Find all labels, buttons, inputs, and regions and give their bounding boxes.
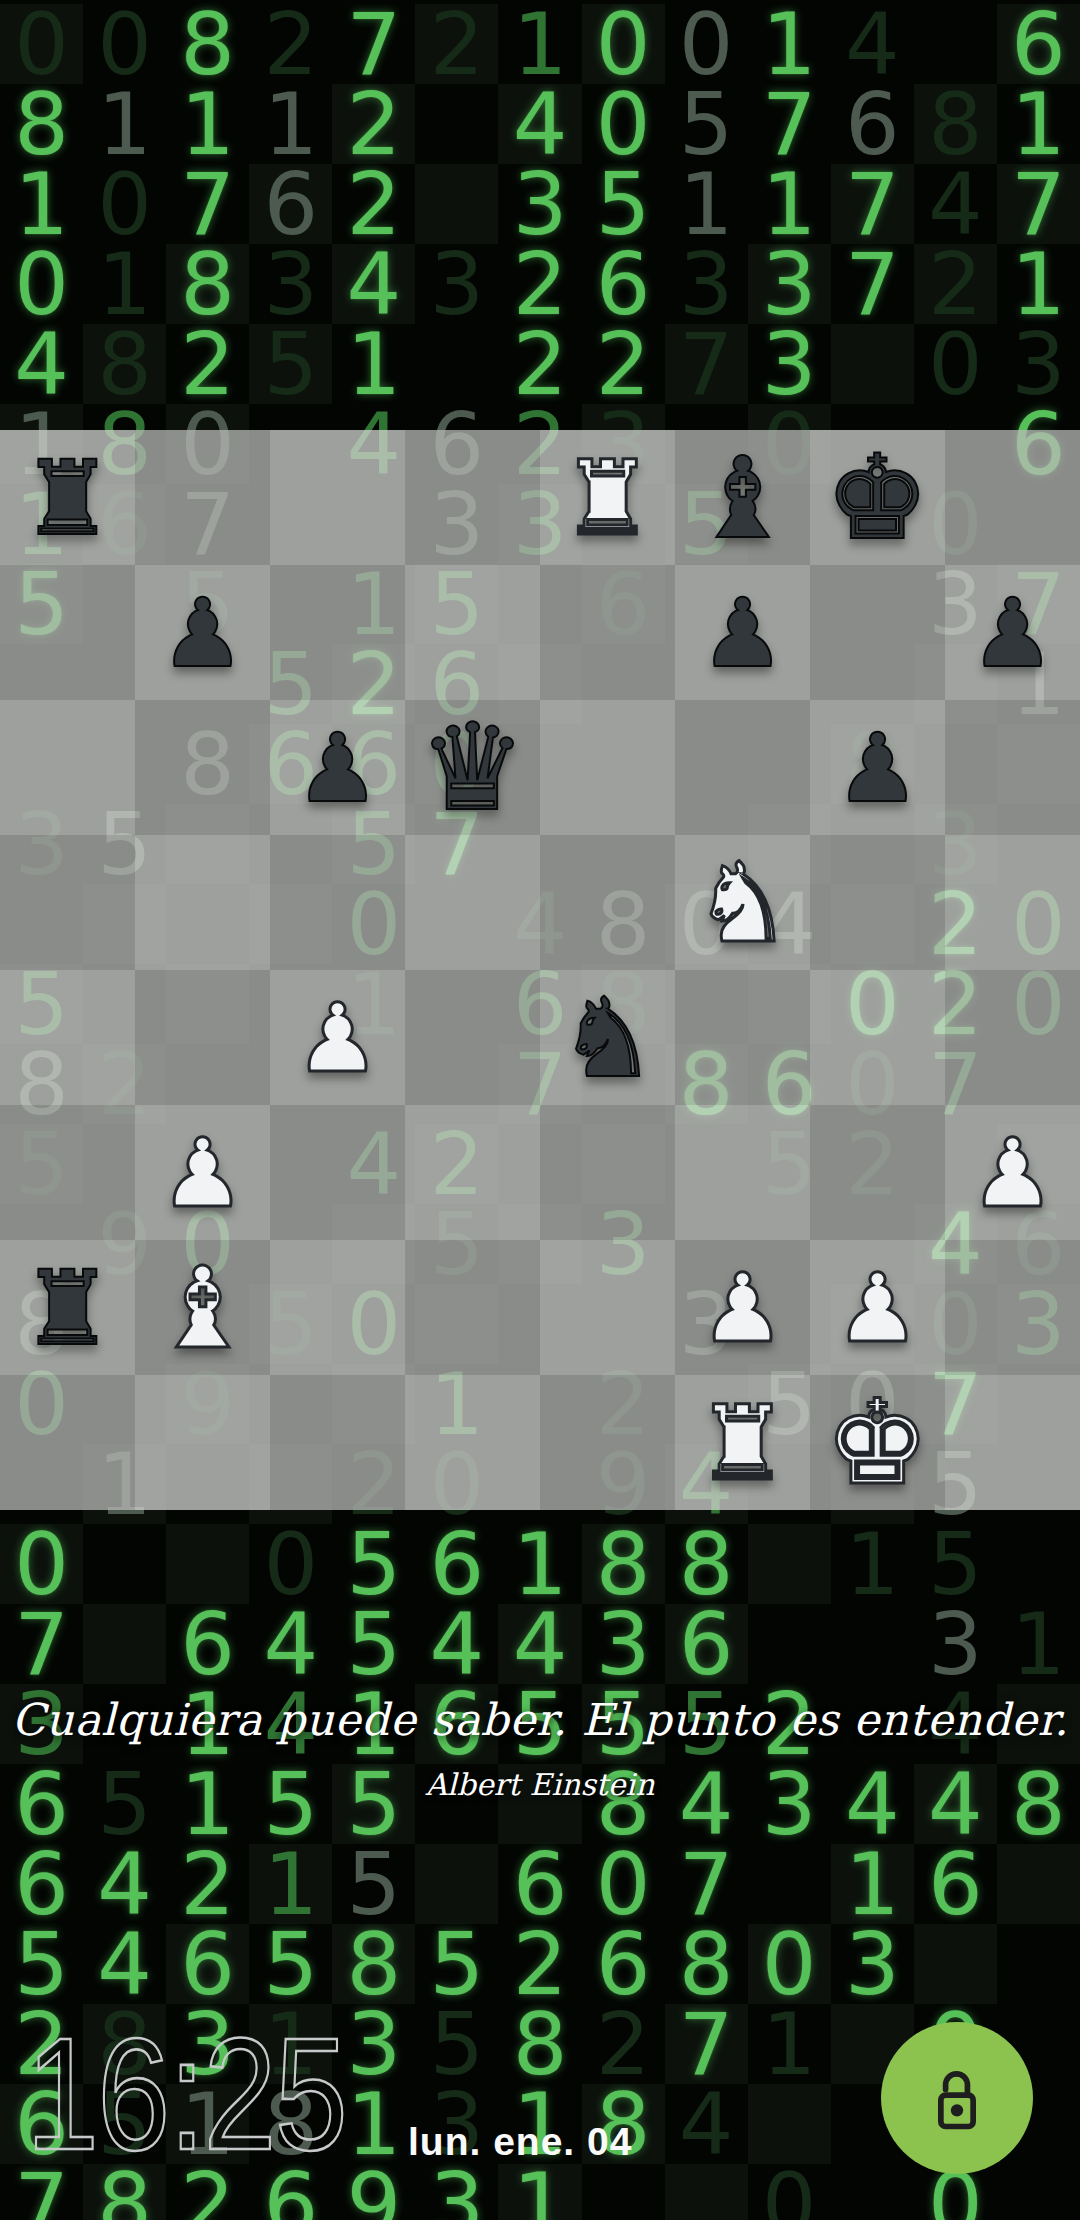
matrix-digit: 4 [83, 1924, 166, 2004]
matrix-digit: 3 [997, 2164, 1080, 2220]
piece-black-pawn: ♟ [135, 565, 270, 700]
piece-white-pawn: ♟ [945, 1105, 1080, 1240]
matrix-digit: 8 [914, 84, 997, 164]
matrix-digit: 2 [498, 1924, 581, 2004]
square-a1 [0, 1375, 135, 1510]
matrix-digit: 9 [665, 2164, 748, 2220]
square-h7: ♟ [945, 565, 1080, 700]
matrix-digit: 0 [0, 244, 83, 324]
padlock-open-icon [919, 2060, 995, 2136]
square-b2: ♝ [135, 1240, 270, 1375]
matrix-digit: 6 [914, 1844, 997, 1924]
square-e3 [540, 1105, 675, 1240]
matrix-digit: 8 [166, 244, 249, 324]
matrix-digit: 2 [332, 84, 415, 164]
square-h1 [945, 1375, 1080, 1510]
matrix-digit: 3 [415, 244, 498, 324]
matrix-digit: 3 [249, 244, 332, 324]
matrix-digit: 7 [831, 164, 914, 244]
matrix-digit: 5 [914, 1524, 997, 1604]
matrix-digit: 1 [831, 1844, 914, 1924]
matrix-digit: 8 [83, 324, 166, 404]
square-b3: ♟ [135, 1105, 270, 1240]
matrix-digit: 7 [665, 2004, 748, 2084]
matrix-digit: 1 [748, 1844, 831, 1924]
matrix-digit: 4 [831, 4, 914, 84]
matrix-digit: 3 [665, 244, 748, 324]
matrix-digit: 5 [249, 324, 332, 404]
matrix-digit: 0 [83, 1604, 166, 1684]
matrix-digit: 5 [415, 84, 498, 164]
matrix-digit: 1 [997, 1604, 1080, 1684]
unlock-button[interactable] [881, 2022, 1033, 2174]
matrix-digit: 1 [332, 324, 415, 404]
square-b8 [135, 430, 270, 565]
matrix-digit: 3 [498, 164, 581, 244]
matrix-digit: 0 [582, 4, 665, 84]
matrix-digit: 3 [831, 1924, 914, 2004]
piece-white-pawn: ♟ [135, 1105, 270, 1240]
matrix-digit: 2 [582, 324, 665, 404]
square-e1 [540, 1375, 675, 1510]
matrix-digit: 0 [0, 1524, 83, 1604]
matrix-digit: 0 [0, 4, 83, 84]
matrix-digit: 6 [415, 1524, 498, 1604]
matrix-digit: 6 [166, 1924, 249, 2004]
matrix-digit: 7 [332, 4, 415, 84]
matrix-digit: 0 [831, 2164, 914, 2220]
square-c6: ♟ [270, 700, 405, 835]
square-h6 [945, 700, 1080, 835]
matrix-digit: 2 [914, 244, 997, 324]
matrix-digit: 1 [249, 1844, 332, 1924]
square-g7 [810, 565, 945, 700]
square-e5 [540, 835, 675, 970]
matrix-digit: 2 [498, 324, 581, 404]
square-h4 [945, 970, 1080, 1105]
matrix-digit: 4 [498, 1604, 581, 1684]
matrix-digit: 3 [997, 324, 1080, 404]
square-e6 [540, 700, 675, 835]
matrix-digit: 5 [415, 1924, 498, 2004]
square-b6 [135, 700, 270, 835]
matrix-digit: 0 [83, 4, 166, 84]
square-e2 [540, 1240, 675, 1375]
matrix-digit: 0 [748, 1524, 831, 1604]
clock-date: lun. ene. 04 [408, 2120, 632, 2164]
square-a3 [0, 1105, 135, 1240]
matrix-digit: 8 [665, 1924, 748, 2004]
matrix-digit: 1 [166, 84, 249, 164]
matrix-digit: 5 [249, 1924, 332, 2004]
piece-black-knight: ♞ [540, 970, 675, 1105]
matrix-digit: 0 [83, 164, 166, 244]
matrix-digit: 6 [166, 1604, 249, 1684]
matrix-digit: 4 [83, 1844, 166, 1924]
matrix-digit: 9 [415, 1844, 498, 1924]
matrix-digit: 0 [831, 1604, 914, 1684]
matrix-digit: 6 [0, 1844, 83, 1924]
square-c3 [270, 1105, 405, 1240]
piece-white-pawn: ♟ [675, 1240, 810, 1375]
matrix-digit: 6 [498, 1844, 581, 1924]
matrix-digit: 1 [831, 1524, 914, 1604]
matrix-digit: 0 [582, 84, 665, 164]
matrix-digit: 6 [665, 1604, 748, 1684]
matrix-digit: 4 [498, 84, 581, 164]
matrix-digit: 5 [0, 1924, 83, 2004]
quote-author: Albert Einstein [0, 1767, 1080, 1802]
matrix-digit: 6 [249, 164, 332, 244]
matrix-digit: 5 [582, 164, 665, 244]
matrix-digit: 1 [83, 84, 166, 164]
matrix-digit: 7 [831, 244, 914, 324]
piece-black-king: ♚ [810, 430, 945, 565]
matrix-digit: 1 [748, 164, 831, 244]
matrix-digit: 7 [665, 1844, 748, 1924]
quote-block: Cualquiera puede saber. El punto es ente… [0, 1694, 1080, 1802]
matrix-digit: 0 [997, 1924, 1080, 2004]
square-h3: ♟ [945, 1105, 1080, 1240]
matrix-digit: 3 [997, 1524, 1080, 1604]
piece-black-pawn: ♟ [270, 700, 405, 835]
matrix-digit: 2 [249, 4, 332, 84]
square-d8 [405, 430, 540, 565]
quote-text: Cualquiera puede saber. El punto es ente… [0, 1694, 1080, 1745]
square-f2: ♟ [675, 1240, 810, 1375]
matrix-digit: 8 [498, 2004, 581, 2084]
matrix-digit: 0 [748, 1924, 831, 2004]
piece-black-pawn: ♟ [810, 700, 945, 835]
matrix-digit: 1 [748, 4, 831, 84]
lock-screen: 0082721001406811125405768110762035117470… [0, 0, 1080, 2220]
piece-black-pawn: ♟ [675, 565, 810, 700]
matrix-digit: 7 [997, 164, 1080, 244]
square-c4: ♟ [270, 970, 405, 1105]
square-c1 [270, 1375, 405, 1510]
matrix-digit: 0 [582, 1844, 665, 1924]
matrix-digit: 1 [249, 84, 332, 164]
matrix-digit: 5 [748, 1604, 831, 1684]
piece-white-knight: ♞ [675, 835, 810, 970]
piece-white-king: ♚ [810, 1375, 945, 1510]
square-b5 [135, 835, 270, 970]
matrix-digit: 1 [665, 164, 748, 244]
square-c2 [270, 1240, 405, 1375]
square-f6 [675, 700, 810, 835]
matrix-digit: 6 [831, 84, 914, 164]
matrix-digit: 0 [914, 324, 997, 404]
matrix-digit: 5 [831, 324, 914, 404]
matrix-digit: 8 [166, 4, 249, 84]
matrix-digit: 5 [332, 1524, 415, 1604]
square-f4 [675, 970, 810, 1105]
square-g3 [810, 1105, 945, 1240]
matrix-digit: 8 [332, 1924, 415, 2004]
square-c5 [270, 835, 405, 970]
matrix-digit: 3 [914, 1604, 997, 1684]
matrix-digit: 0 [83, 1524, 166, 1604]
square-a6 [0, 700, 135, 835]
clock-time: 16:25 [26, 2014, 346, 2174]
piece-white-pawn: ♟ [810, 1240, 945, 1375]
matrix-digit: 0 [415, 164, 498, 244]
matrix-digit: 2 [582, 2004, 665, 2084]
square-d3 [405, 1105, 540, 1240]
square-d7 [405, 565, 540, 700]
matrix-digit: 2 [415, 4, 498, 84]
matrix-digit: 2 [166, 324, 249, 404]
square-g2: ♟ [810, 1240, 945, 1375]
matrix-digit: 7 [166, 164, 249, 244]
square-g4 [810, 970, 945, 1105]
matrix-digit: 4 [249, 1604, 332, 1684]
matrix-digit: 3 [748, 324, 831, 404]
piece-white-pawn: ♟ [270, 970, 405, 1105]
square-a2: ♜ [0, 1240, 135, 1375]
matrix-digit: 5 [332, 1844, 415, 1924]
matrix-digit: 0 [748, 2164, 831, 2220]
matrix-digit: 8 [0, 84, 83, 164]
matrix-digit: 1 [498, 2164, 581, 2220]
matrix-digit: 6 [582, 1924, 665, 2004]
square-d6: ♛ [405, 700, 540, 835]
matrix-digit: 6 [997, 4, 1080, 84]
piece-black-pawn: ♟ [945, 565, 1080, 700]
square-b7: ♟ [135, 565, 270, 700]
piece-black-bishop: ♝ [675, 430, 810, 565]
matrix-digit: 7 [0, 1604, 83, 1684]
square-b1 [135, 1375, 270, 1510]
piece-white-rook: ♜ [540, 430, 675, 565]
square-f7: ♟ [675, 565, 810, 700]
piece-black-rook: ♜ [0, 430, 135, 565]
matrix-digit: 0 [249, 1524, 332, 1604]
matrix-digit: 5 [332, 1604, 415, 1684]
square-f1: ♜ [675, 1375, 810, 1510]
matrix-digit: 1 [498, 1524, 581, 1604]
matrix-digit: 0 [914, 4, 997, 84]
square-a5 [0, 835, 135, 970]
matrix-digit: 3 [914, 1924, 997, 2004]
matrix-digit: 0 [665, 4, 748, 84]
matrix-digit: 7 [665, 324, 748, 404]
matrix-digit: 5 [415, 324, 498, 404]
matrix-digit: 3 [415, 2164, 498, 2220]
matrix-digit: 2 [166, 1844, 249, 1924]
matrix-digit: 2 [498, 244, 581, 324]
square-g1: ♚ [810, 1375, 945, 1510]
matrix-digit: 5 [415, 2004, 498, 2084]
matrix-digit: 8 [582, 1524, 665, 1604]
matrix-digit: 1 [997, 84, 1080, 164]
square-a8: ♜ [0, 430, 135, 565]
square-e8: ♜ [540, 430, 675, 565]
square-g6: ♟ [810, 700, 945, 835]
square-f5: ♞ [675, 835, 810, 970]
matrix-digit: 5 [582, 2164, 665, 2220]
matrix-digit: 3 [997, 1844, 1080, 1924]
square-h8 [945, 430, 1080, 565]
square-h2 [945, 1240, 1080, 1375]
matrix-digit: 1 [748, 2004, 831, 2084]
matrix-digit: 2 [332, 164, 415, 244]
square-d2 [405, 1240, 540, 1375]
square-d4 [405, 970, 540, 1105]
piece-black-queen: ♛ [405, 700, 540, 835]
square-g5 [810, 835, 945, 970]
matrix-digit: 4 [665, 2084, 748, 2164]
matrix-digit: 6 [582, 244, 665, 324]
square-f8: ♝ [675, 430, 810, 565]
matrix-digit: 7 [748, 84, 831, 164]
matrix-digit: 1 [83, 244, 166, 324]
square-c8 [270, 430, 405, 565]
square-e4: ♞ [540, 970, 675, 1105]
matrix-digit: 8 [665, 1524, 748, 1604]
matrix-digit: 1 [0, 164, 83, 244]
square-c7 [270, 565, 405, 700]
piece-white-bishop: ♝ [135, 1240, 270, 1375]
matrix-digit: 3 [582, 1604, 665, 1684]
matrix-digit: 1 [498, 4, 581, 84]
matrix-digit: 3 [748, 244, 831, 324]
square-d5 [405, 835, 540, 970]
square-f3 [675, 1105, 810, 1240]
matrix-digit: 4 [332, 244, 415, 324]
square-b4 [135, 970, 270, 1105]
square-e7 [540, 565, 675, 700]
matrix-digit: 3 [748, 2084, 831, 2164]
matrix-digit: 0 [166, 1524, 249, 1604]
square-d1 [405, 1375, 540, 1510]
matrix-digit: 4 [914, 164, 997, 244]
matrix-digit: 4 [415, 1604, 498, 1684]
square-a7 [0, 565, 135, 700]
piece-black-rook: ♜ [0, 1240, 135, 1375]
chessboard: ♜♜♝♚♟♟♟♟♛♟♞♟♞♟♟♜♝♟♟♜♚ [0, 430, 1080, 1510]
piece-white-rook: ♜ [675, 1375, 810, 1510]
square-h5 [945, 835, 1080, 970]
square-a4 [0, 970, 135, 1105]
matrix-digit: 4 [0, 324, 83, 404]
square-g8: ♚ [810, 430, 945, 565]
matrix-digit: 5 [665, 84, 748, 164]
matrix-digit: 1 [997, 244, 1080, 324]
